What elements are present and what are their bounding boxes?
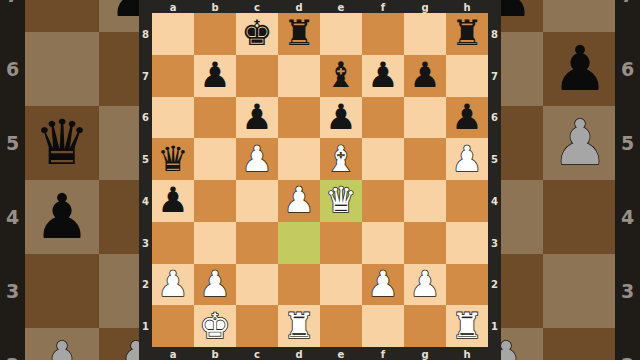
piece-black-rook[interactable]: ♜ <box>283 16 314 51</box>
square-e6[interactable]: ♟ <box>320 97 362 139</box>
file-label-top-e: e <box>338 1 345 12</box>
piece-black-pawn[interactable]: ♟ <box>451 100 482 135</box>
square-f2[interactable]: ♟ <box>362 264 404 306</box>
rank-label-right-5: 5 <box>491 154 498 165</box>
piece-white-rook[interactable]: ♜ <box>451 309 482 344</box>
square-d8[interactable]: ♜ <box>278 13 320 55</box>
square-b8[interactable] <box>194 13 236 55</box>
piece-white-pawn[interactable]: ♟ <box>157 267 188 302</box>
file-label-bottom-g: g <box>421 348 428 359</box>
square-d6[interactable] <box>278 97 320 139</box>
square-c4[interactable] <box>236 180 278 222</box>
square-e8[interactable] <box>320 13 362 55</box>
square-a5[interactable]: ♛ <box>152 138 194 180</box>
square-e7[interactable]: ♝ <box>320 55 362 97</box>
rank-label-right-3: 3 <box>491 237 498 248</box>
square-e4[interactable]: ♛ <box>320 180 362 222</box>
file-label-top-c: c <box>254 1 260 12</box>
background-rank-label-right-2: 2 <box>621 354 634 360</box>
rank-label-left-5: 5 <box>142 154 149 165</box>
piece-black-pawn[interactable]: ♟ <box>409 58 440 93</box>
square-d2[interactable] <box>278 264 320 306</box>
background-rank-label-left-6: 6 <box>6 58 19 80</box>
rank-label-left-1: 1 <box>142 321 149 332</box>
square-f6[interactable] <box>362 97 404 139</box>
square-c7[interactable] <box>236 55 278 97</box>
chess-board: ♚♜♜♟♝♟♟♟♟♟♛♟♝♟♟♟♛♟♟♟♟♚♜♜ aabbccddeeffggh… <box>139 0 501 360</box>
square-c5[interactable]: ♟ <box>236 138 278 180</box>
square-a3[interactable] <box>152 222 194 264</box>
square-e3[interactable] <box>320 222 362 264</box>
background-rank-label-left-2: 2 <box>6 354 19 360</box>
rank-label-right-7: 7 <box>491 70 498 81</box>
square-g1[interactable] <box>404 305 446 347</box>
piece-white-bishop[interactable]: ♝ <box>325 142 356 177</box>
square-c2[interactable] <box>236 264 278 306</box>
file-label-top-d: d <box>295 1 302 12</box>
square-e1[interactable] <box>320 305 362 347</box>
piece-white-pawn[interactable]: ♟ <box>409 267 440 302</box>
background-rank-label-left-3: 3 <box>6 280 19 302</box>
piece-white-pawn[interactable]: ♟ <box>367 267 398 302</box>
file-label-top-g: g <box>421 1 428 12</box>
piece-black-rook[interactable]: ♜ <box>451 16 482 51</box>
video-frame: ♚♜♜♟♝♟♟♟♟♟♛♟♝♟♟♟♛♟♟♟♟♚♜♜ 765432 765432 ♚… <box>0 0 640 360</box>
piece-white-pawn[interactable]: ♟ <box>199 267 230 302</box>
file-label-top-b: b <box>211 1 218 12</box>
square-h2 <box>543 328 617 360</box>
piece-black-queen[interactable]: ♛ <box>157 142 188 177</box>
square-c1[interactable] <box>236 305 278 347</box>
square-a1[interactable] <box>152 305 194 347</box>
rank-label-left-8: 8 <box>142 28 149 39</box>
square-a6 <box>25 32 99 106</box>
square-d1[interactable]: ♜ <box>278 305 320 347</box>
square-d4[interactable]: ♟ <box>278 180 320 222</box>
piece-black-pawn[interactable]: ♟ <box>325 100 356 135</box>
piece-black-pawn[interactable]: ♟ <box>199 58 230 93</box>
square-d5[interactable] <box>278 138 320 180</box>
square-f7[interactable]: ♟ <box>362 55 404 97</box>
rank-label-left-3: 3 <box>142 237 149 248</box>
piece-black-queen: ♛ <box>34 112 90 174</box>
square-h3[interactable] <box>446 222 488 264</box>
square-c6[interactable]: ♟ <box>236 97 278 139</box>
square-b1[interactable]: ♚ <box>194 305 236 347</box>
square-e2[interactable] <box>320 264 362 306</box>
piece-black-pawn[interactable]: ♟ <box>367 58 398 93</box>
background-rank-label-left-5: 5 <box>6 132 19 154</box>
square-b6[interactable] <box>194 97 236 139</box>
square-a4: ♟ <box>25 180 99 254</box>
rank-label-right-8: 8 <box>491 28 498 39</box>
file-label-bottom-a: a <box>170 348 177 359</box>
square-g5[interactable] <box>404 138 446 180</box>
square-g6[interactable] <box>404 97 446 139</box>
square-h7[interactable] <box>446 55 488 97</box>
piece-black-pawn: ♟ <box>552 38 608 100</box>
rank-label-left-4: 4 <box>142 195 149 206</box>
square-g4[interactable] <box>404 180 446 222</box>
board-squares: ♚♜♜♟♝♟♟♟♟♟♛♟♝♟♟♟♛♟♟♟♟♚♜♜ <box>152 13 488 347</box>
rank-label-right-1: 1 <box>491 321 498 332</box>
square-a6[interactable] <box>152 97 194 139</box>
square-f3[interactable] <box>362 222 404 264</box>
rank-label-right-6: 6 <box>491 112 498 123</box>
square-b5[interactable] <box>194 138 236 180</box>
square-a3 <box>25 254 99 328</box>
square-f5[interactable] <box>362 138 404 180</box>
square-c8[interactable]: ♚ <box>236 13 278 55</box>
square-g2[interactable]: ♟ <box>404 264 446 306</box>
file-label-bottom-d: d <box>295 348 302 359</box>
rank-label-left-2: 2 <box>142 279 149 290</box>
background-rank-label-right-5: 5 <box>621 132 634 154</box>
square-d3[interactable] <box>278 222 320 264</box>
square-h6[interactable]: ♟ <box>446 97 488 139</box>
square-f8[interactable] <box>362 13 404 55</box>
background-rank-strip-right: 765432 <box>615 0 640 360</box>
piece-white-rook[interactable]: ♜ <box>283 309 314 344</box>
file-label-bottom-b: b <box>211 348 218 359</box>
piece-white-pawn[interactable]: ♟ <box>451 142 482 177</box>
background-rank-strip-left: 765432 <box>0 0 25 360</box>
square-h5[interactable]: ♟ <box>446 138 488 180</box>
background-rank-label-right-7: 7 <box>621 0 634 6</box>
square-h7 <box>543 0 617 32</box>
file-label-bottom-e: e <box>338 348 345 359</box>
square-a7[interactable] <box>152 55 194 97</box>
background-rank-label-right-6: 6 <box>621 58 634 80</box>
square-b3[interactable] <box>194 222 236 264</box>
rank-label-right-2: 2 <box>491 279 498 290</box>
square-a5: ♛ <box>25 106 99 180</box>
square-f4[interactable] <box>362 180 404 222</box>
piece-white-pawn[interactable]: ♟ <box>241 142 272 177</box>
file-label-top-h: h <box>463 1 470 12</box>
square-a8[interactable] <box>152 13 194 55</box>
square-b4[interactable] <box>194 180 236 222</box>
rank-label-left-7: 7 <box>142 70 149 81</box>
rank-label-left-6: 6 <box>142 112 149 123</box>
file-label-bottom-f: f <box>381 348 385 359</box>
background-rank-label-left-4: 4 <box>6 206 19 228</box>
file-label-bottom-h: h <box>463 348 470 359</box>
square-d7[interactable] <box>278 55 320 97</box>
square-a2: ♟ <box>25 328 99 360</box>
square-h5: ♟ <box>543 106 617 180</box>
piece-black-king[interactable]: ♚ <box>241 16 272 51</box>
file-label-top-a: a <box>170 1 177 12</box>
background-rank-label-right-3: 3 <box>621 280 634 302</box>
square-h8[interactable]: ♜ <box>446 13 488 55</box>
piece-black-pawn: ♟ <box>34 186 90 248</box>
background-rank-label-right-4: 4 <box>621 206 634 228</box>
square-a7 <box>25 0 99 32</box>
square-h4[interactable] <box>446 180 488 222</box>
piece-white-pawn: ♟ <box>552 112 608 174</box>
piece-white-queen[interactable]: ♛ <box>325 183 356 218</box>
square-h6: ♟ <box>543 32 617 106</box>
square-c3[interactable] <box>236 222 278 264</box>
square-h3 <box>543 254 617 328</box>
piece-white-king[interactable]: ♚ <box>199 309 230 344</box>
piece-black-bishop[interactable]: ♝ <box>325 58 356 93</box>
square-f1[interactable] <box>362 305 404 347</box>
square-h1[interactable]: ♜ <box>446 305 488 347</box>
piece-white-pawn: ♟ <box>34 334 90 360</box>
square-h2[interactable] <box>446 264 488 306</box>
rank-label-right-4: 4 <box>491 195 498 206</box>
square-g3[interactable] <box>404 222 446 264</box>
piece-black-pawn[interactable]: ♟ <box>241 100 272 135</box>
file-label-top-f: f <box>381 1 385 12</box>
square-g7[interactable]: ♟ <box>404 55 446 97</box>
square-b7[interactable]: ♟ <box>194 55 236 97</box>
square-a2[interactable]: ♟ <box>152 264 194 306</box>
piece-white-pawn[interactable]: ♟ <box>283 183 314 218</box>
square-g8[interactable] <box>404 13 446 55</box>
square-a4[interactable]: ♟ <box>152 180 194 222</box>
square-e5[interactable]: ♝ <box>320 138 362 180</box>
file-label-bottom-c: c <box>254 348 260 359</box>
piece-black-pawn[interactable]: ♟ <box>157 183 188 218</box>
square-b2[interactable]: ♟ <box>194 264 236 306</box>
square-h4 <box>543 180 617 254</box>
background-rank-label-left-7: 7 <box>6 0 19 6</box>
